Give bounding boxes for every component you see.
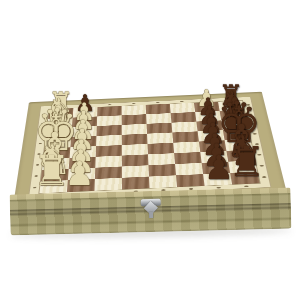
board-square xyxy=(67,179,95,192)
border-inlay-dot xyxy=(38,143,41,144)
border-inlay-dot xyxy=(253,133,256,134)
box-front xyxy=(10,188,292,236)
border-inlay-dot xyxy=(228,99,231,100)
border-inlay-dot xyxy=(249,114,252,115)
border-inlay-dot xyxy=(108,104,111,105)
border-inlay-dot xyxy=(217,187,221,189)
board-square xyxy=(94,178,122,191)
border-inlay-dot xyxy=(84,105,87,106)
border-inlay-dot xyxy=(247,104,250,105)
border-inlay-dot xyxy=(41,123,44,124)
board-square xyxy=(39,180,67,193)
border-inlay-dot xyxy=(33,187,37,189)
chess-box-photo: ♜♟♟♜♞♟♟♞♝♟♟♝♛♟♟♛♚♟♟♚♝♟♟♝♞♟♟♞♜♟♟♜ xyxy=(0,0,300,300)
border-inlay-dot xyxy=(132,103,135,104)
board-square xyxy=(122,177,150,190)
board-square xyxy=(230,172,259,185)
border-inlay-dot xyxy=(60,106,63,107)
border-inlay-dot xyxy=(255,143,259,144)
border-inlay-dot xyxy=(204,100,207,101)
border-inlay-dot xyxy=(156,102,159,103)
board-square xyxy=(176,174,205,187)
board-border xyxy=(28,97,272,199)
border-inlay-dot xyxy=(251,123,254,124)
border-inlay-dot xyxy=(36,164,39,166)
border-inlay-dot xyxy=(34,175,38,177)
border-inlay-dot xyxy=(262,176,266,178)
border-inlay-dot xyxy=(37,153,40,154)
clasp-icon xyxy=(138,197,165,220)
board-square xyxy=(149,175,177,188)
board-square xyxy=(203,173,232,186)
border-inlay-dot xyxy=(244,185,248,187)
border-inlay-dot xyxy=(260,165,264,167)
board-grid xyxy=(39,101,259,194)
clasp-tip xyxy=(149,212,153,218)
border-inlay-dot xyxy=(40,133,43,134)
border-inlay-dot xyxy=(257,154,261,156)
border-inlay-dot xyxy=(180,101,183,102)
border-inlay-dot xyxy=(42,114,45,115)
